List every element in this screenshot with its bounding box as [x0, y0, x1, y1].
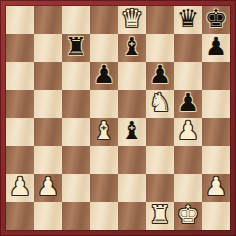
square-d1[interactable] — [90, 202, 118, 230]
square-b7[interactable] — [34, 34, 62, 62]
white-pawn-g4: ♟ — [177, 118, 199, 145]
square-h8[interactable]: ♚ — [202, 6, 230, 34]
square-a3[interactable] — [6, 146, 34, 174]
black-bishop-e4: ♝ — [121, 118, 143, 145]
chess-board: ♛♛♚♜♝♟♟♟♞♟♝♝♟♟♟♟♜♚ — [6, 6, 230, 230]
square-c1[interactable] — [62, 202, 90, 230]
square-d6[interactable]: ♟ — [90, 62, 118, 90]
square-b8[interactable] — [34, 6, 62, 34]
square-a5[interactable] — [6, 90, 34, 118]
square-a4[interactable] — [6, 118, 34, 146]
square-e3[interactable] — [118, 146, 146, 174]
square-g1[interactable]: ♚ — [174, 202, 202, 230]
square-e2[interactable] — [118, 174, 146, 202]
white-pawn-a2: ♟ — [9, 174, 31, 201]
square-g7[interactable] — [174, 34, 202, 62]
square-e1[interactable] — [118, 202, 146, 230]
square-f1[interactable]: ♜ — [146, 202, 174, 230]
square-b3[interactable] — [34, 146, 62, 174]
square-g4[interactable]: ♟ — [174, 118, 202, 146]
white-bishop-d4: ♝ — [93, 118, 115, 145]
square-b1[interactable] — [34, 202, 62, 230]
black-bishop-e7: ♝ — [121, 34, 143, 61]
square-a7[interactable] — [6, 34, 34, 62]
square-g2[interactable] — [174, 174, 202, 202]
square-b5[interactable] — [34, 90, 62, 118]
square-e7[interactable]: ♝ — [118, 34, 146, 62]
square-h1[interactable] — [202, 202, 230, 230]
square-h2[interactable]: ♟ — [202, 174, 230, 202]
square-c4[interactable] — [62, 118, 90, 146]
square-h4[interactable] — [202, 118, 230, 146]
square-e6[interactable] — [118, 62, 146, 90]
square-d4[interactable]: ♝ — [90, 118, 118, 146]
black-pawn-f6: ♟ — [149, 62, 171, 89]
square-a8[interactable] — [6, 6, 34, 34]
square-f3[interactable] — [146, 146, 174, 174]
square-g3[interactable] — [174, 146, 202, 174]
board-frame: ♛♛♚♜♝♟♟♟♞♟♝♝♟♟♟♟♜♚ — [0, 0, 236, 236]
square-c3[interactable] — [62, 146, 90, 174]
square-g5[interactable]: ♟ — [174, 90, 202, 118]
white-king-g1: ♚ — [177, 202, 199, 229]
square-f2[interactable] — [146, 174, 174, 202]
square-b6[interactable] — [34, 62, 62, 90]
square-f6[interactable]: ♟ — [146, 62, 174, 90]
square-h7[interactable]: ♟ — [202, 34, 230, 62]
square-d7[interactable] — [90, 34, 118, 62]
white-knight-f5: ♞ — [149, 90, 171, 117]
square-c6[interactable] — [62, 62, 90, 90]
square-f5[interactable]: ♞ — [146, 90, 174, 118]
square-a6[interactable] — [6, 62, 34, 90]
square-a1[interactable] — [6, 202, 34, 230]
square-b2[interactable]: ♟ — [34, 174, 62, 202]
square-d2[interactable] — [90, 174, 118, 202]
black-pawn-h7: ♟ — [205, 34, 227, 61]
square-c2[interactable] — [62, 174, 90, 202]
square-h6[interactable] — [202, 62, 230, 90]
white-pawn-b2: ♟ — [37, 174, 59, 201]
square-d5[interactable] — [90, 90, 118, 118]
square-h5[interactable] — [202, 90, 230, 118]
square-b4[interactable] — [34, 118, 62, 146]
square-c8[interactable] — [62, 6, 90, 34]
black-pawn-d6: ♟ — [93, 62, 115, 89]
square-e5[interactable] — [118, 90, 146, 118]
white-pawn-h2: ♟ — [205, 174, 227, 201]
square-e8[interactable]: ♛ — [118, 6, 146, 34]
square-f4[interactable] — [146, 118, 174, 146]
square-c7[interactable]: ♜ — [62, 34, 90, 62]
square-a2[interactable]: ♟ — [6, 174, 34, 202]
square-d8[interactable] — [90, 6, 118, 34]
white-queen-e8: ♛ — [121, 6, 143, 33]
square-c5[interactable] — [62, 90, 90, 118]
square-e4[interactable]: ♝ — [118, 118, 146, 146]
white-rook-f1: ♜ — [149, 202, 171, 229]
square-g6[interactable] — [174, 62, 202, 90]
square-h3[interactable] — [202, 146, 230, 174]
square-f7[interactable] — [146, 34, 174, 62]
square-g8[interactable]: ♛ — [174, 6, 202, 34]
black-rook-c7: ♜ — [65, 34, 87, 61]
black-pawn-g5: ♟ — [177, 90, 199, 117]
black-king-h8: ♚ — [205, 6, 227, 33]
square-d3[interactable] — [90, 146, 118, 174]
black-queen-g8: ♛ — [177, 6, 199, 33]
square-f8[interactable] — [146, 6, 174, 34]
